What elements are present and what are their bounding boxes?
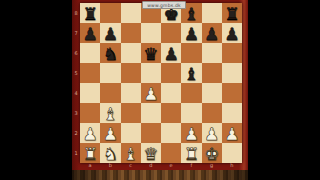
square-h6 <box>222 43 242 63</box>
square-g7: ♟ <box>202 23 222 43</box>
white-pawn-d4: ♟ <box>143 86 158 103</box>
square-c8 <box>121 3 141 23</box>
white-king-g1: ♚ <box>204 146 219 163</box>
square-c5 <box>121 63 141 83</box>
square-c6 <box>121 43 141 63</box>
black-pawn-a7: ♟ <box>83 26 98 43</box>
white-bishop-c1: ♝ <box>123 146 138 163</box>
square-e1 <box>161 143 181 163</box>
file-label-d: d <box>141 162 161 170</box>
square-a5 <box>80 63 100 83</box>
file-label-a: a <box>80 162 100 170</box>
black-knight-b6: ♞ <box>103 46 118 63</box>
white-rook-f1: ♜ <box>184 146 199 163</box>
square-b8 <box>100 3 120 23</box>
white-pawn-h2: ♟ <box>224 126 239 143</box>
square-h5 <box>222 63 242 83</box>
black-bishop-f8: ♝ <box>184 6 199 23</box>
white-queen-d1: ♛ <box>143 146 158 163</box>
black-pawn-e6: ♟ <box>164 46 179 63</box>
square-c1: ♝ <box>121 143 141 163</box>
square-e3 <box>161 103 181 123</box>
white-bishop-b3: ♝ <box>103 106 118 123</box>
black-pawn-h7: ♟ <box>224 26 239 43</box>
table-background <box>72 170 248 180</box>
square-g4 <box>202 83 222 103</box>
square-f7: ♟ <box>181 23 201 43</box>
square-d4: ♟ <box>141 83 161 103</box>
square-b3: ♝ <box>100 103 120 123</box>
square-e7 <box>161 23 181 43</box>
white-pawn-g2: ♟ <box>204 126 219 143</box>
black-rook-a8: ♜ <box>83 6 98 23</box>
square-a4 <box>80 83 100 103</box>
square-g2: ♟ <box>202 123 222 143</box>
square-d2 <box>141 123 161 143</box>
black-pawn-g7: ♟ <box>204 26 219 43</box>
square-a2: ♟ <box>80 123 100 143</box>
square-f5: ♝ <box>181 63 201 83</box>
white-pawn-f2: ♟ <box>184 126 199 143</box>
square-f1: ♜ <box>181 143 201 163</box>
file-label-h: h <box>222 162 242 170</box>
square-a8: ♜ <box>80 3 100 23</box>
square-h4 <box>222 83 242 103</box>
rank-label-2: 2 <box>72 123 80 143</box>
square-h3 <box>222 103 242 123</box>
square-c7 <box>121 23 141 43</box>
square-b1: ♞ <box>100 143 120 163</box>
file-label-e: e <box>161 162 181 170</box>
square-c4 <box>121 83 141 103</box>
square-g3 <box>202 103 222 123</box>
square-a1: ♜ <box>80 143 100 163</box>
square-b7: ♟ <box>100 23 120 43</box>
watermark-text: www.gmbs.dk <box>147 3 181 8</box>
file-label-b: b <box>100 162 120 170</box>
square-e4 <box>161 83 181 103</box>
white-rook-a1: ♜ <box>83 146 98 163</box>
black-pawn-b7: ♟ <box>103 26 118 43</box>
square-g5 <box>202 63 222 83</box>
square-c3 <box>121 103 141 123</box>
square-g6 <box>202 43 222 63</box>
square-c2 <box>121 123 141 143</box>
square-f6 <box>181 43 201 63</box>
white-knight-b1: ♞ <box>103 146 118 163</box>
white-pawn-a2: ♟ <box>83 126 98 143</box>
rank-label-1: 1 <box>72 143 80 163</box>
square-b5 <box>100 63 120 83</box>
square-d5 <box>141 63 161 83</box>
square-d1: ♛ <box>141 143 161 163</box>
file-label-g: g <box>202 162 222 170</box>
square-h1 <box>222 143 242 163</box>
file-labels: abcdefgh <box>80 162 242 170</box>
square-h8: ♜ <box>222 3 242 23</box>
board-border: 87654321 ♜♚♝♜♟♟♟♟♟♞♛♟♝♟♝♟♟♟♟♟♜♞♝♛♜♚ abcd… <box>72 0 248 170</box>
square-a3 <box>80 103 100 123</box>
white-pawn-b2: ♟ <box>103 126 118 143</box>
square-e5 <box>161 63 181 83</box>
square-f2: ♟ <box>181 123 201 143</box>
square-g1: ♚ <box>202 143 222 163</box>
rank-label-3: 3 <box>72 103 80 123</box>
black-queen-d6: ♛ <box>143 46 158 63</box>
black-rook-h8: ♜ <box>224 6 239 23</box>
square-d3 <box>141 103 161 123</box>
square-h7: ♟ <box>222 23 242 43</box>
square-b2: ♟ <box>100 123 120 143</box>
square-b4 <box>100 83 120 103</box>
rank-label-5: 5 <box>72 63 80 83</box>
watermark-plaque: www.gmbs.dk <box>142 1 186 9</box>
square-e2 <box>161 123 181 143</box>
rank-labels: 87654321 <box>72 3 80 163</box>
chessboard-frame: 87654321 ♜♚♝♜♟♟♟♟♟♞♛♟♝♟♝♟♟♟♟♟♜♞♝♛♜♚ abcd… <box>72 0 248 180</box>
black-bishop-f5: ♝ <box>184 66 199 83</box>
rank-label-8: 8 <box>72 3 80 23</box>
square-d7 <box>141 23 161 43</box>
file-label-c: c <box>121 162 141 170</box>
rank-label-7: 7 <box>72 23 80 43</box>
rank-label-6: 6 <box>72 43 80 63</box>
video-frame: 87654321 ♜♚♝♜♟♟♟♟♟♞♛♟♝♟♝♟♟♟♟♟♜♞♝♛♜♚ abcd… <box>0 0 320 180</box>
rank-label-4: 4 <box>72 83 80 103</box>
square-a7: ♟ <box>80 23 100 43</box>
chessboard: ♜♚♝♜♟♟♟♟♟♞♛♟♝♟♝♟♟♟♟♟♜♞♝♛♜♚ <box>80 3 242 163</box>
square-f4 <box>181 83 201 103</box>
file-label-f: f <box>181 162 201 170</box>
square-b6: ♞ <box>100 43 120 63</box>
square-a6 <box>80 43 100 63</box>
square-f3 <box>181 103 201 123</box>
square-g8 <box>202 3 222 23</box>
black-pawn-f7: ♟ <box>184 26 199 43</box>
square-e6: ♟ <box>161 43 181 63</box>
square-h2: ♟ <box>222 123 242 143</box>
square-d6: ♛ <box>141 43 161 63</box>
